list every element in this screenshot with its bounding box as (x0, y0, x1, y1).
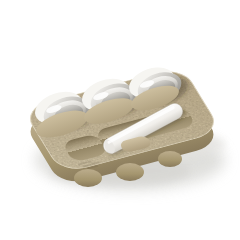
product-photo (0, 0, 240, 240)
tray-foot (74, 169, 102, 187)
tray-foot (116, 163, 144, 181)
product-photo-stage (0, 0, 240, 240)
tray-foot (158, 151, 182, 167)
